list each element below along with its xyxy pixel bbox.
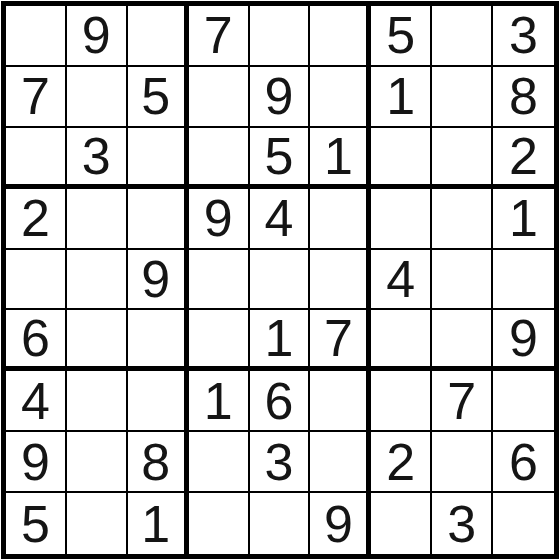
- cell-r5c8[interactable]: [432, 250, 493, 311]
- cell-r8c3[interactable]: 8: [128, 432, 189, 493]
- cell-r9c9[interactable]: [493, 493, 554, 554]
- cell-r7c1[interactable]: 4: [6, 371, 67, 432]
- cell-r1c9[interactable]: 3: [493, 6, 554, 67]
- sudoku-page: 975375918351229419461794167983265193: [0, 0, 560, 560]
- cell-r8c4[interactable]: [189, 432, 250, 493]
- cell-r5c1[interactable]: [6, 250, 67, 311]
- cell-r7c6[interactable]: [310, 371, 371, 432]
- cell-r5c4[interactable]: [189, 250, 250, 311]
- cell-r1c6[interactable]: [310, 6, 371, 67]
- cell-r9c3[interactable]: 1: [128, 493, 189, 554]
- cell-r4c7[interactable]: [371, 189, 432, 250]
- cell-r7c3[interactable]: [128, 371, 189, 432]
- cell-r4c9[interactable]: 1: [493, 189, 554, 250]
- cell-r4c8[interactable]: [432, 189, 493, 250]
- cell-r6c3[interactable]: [128, 310, 189, 371]
- cell-r6c4[interactable]: [189, 310, 250, 371]
- cell-r3c7[interactable]: [371, 128, 432, 189]
- cell-r8c6[interactable]: [310, 432, 371, 493]
- cell-r9c6[interactable]: 9: [310, 493, 371, 554]
- cell-r3c5[interactable]: 5: [250, 128, 311, 189]
- cell-r6c1[interactable]: 6: [6, 310, 67, 371]
- cell-r2c6[interactable]: [310, 67, 371, 128]
- cell-r8c8[interactable]: [432, 432, 493, 493]
- cell-r2c4[interactable]: [189, 67, 250, 128]
- cell-r9c1[interactable]: 5: [6, 493, 67, 554]
- sudoku-board: 975375918351229419461794167983265193: [1, 1, 559, 559]
- cell-r2c8[interactable]: [432, 67, 493, 128]
- cell-r5c7[interactable]: 4: [371, 250, 432, 311]
- cell-r5c2[interactable]: [67, 250, 128, 311]
- cell-r1c4[interactable]: 7: [189, 6, 250, 67]
- cell-r4c4[interactable]: 9: [189, 189, 250, 250]
- cell-r6c7[interactable]: [371, 310, 432, 371]
- cell-r3c9[interactable]: 2: [493, 128, 554, 189]
- cell-r2c3[interactable]: 5: [128, 67, 189, 128]
- cell-r4c6[interactable]: [310, 189, 371, 250]
- cell-r4c1[interactable]: 2: [6, 189, 67, 250]
- cell-r4c5[interactable]: 4: [250, 189, 311, 250]
- cell-r2c2[interactable]: [67, 67, 128, 128]
- cell-r6c6[interactable]: 7: [310, 310, 371, 371]
- cell-r9c7[interactable]: [371, 493, 432, 554]
- cell-r2c5[interactable]: 9: [250, 67, 311, 128]
- cell-r4c2[interactable]: [67, 189, 128, 250]
- cell-r8c7[interactable]: 2: [371, 432, 432, 493]
- cell-r8c1[interactable]: 9: [6, 432, 67, 493]
- cell-r2c9[interactable]: 8: [493, 67, 554, 128]
- cell-r9c2[interactable]: [67, 493, 128, 554]
- cell-r2c1[interactable]: 7: [6, 67, 67, 128]
- cell-r7c5[interactable]: 6: [250, 371, 311, 432]
- cell-r1c5[interactable]: [250, 6, 311, 67]
- cell-r3c6[interactable]: 1: [310, 128, 371, 189]
- cell-r3c1[interactable]: [6, 128, 67, 189]
- cell-r1c1[interactable]: [6, 6, 67, 67]
- cell-r3c8[interactable]: [432, 128, 493, 189]
- cell-r3c2[interactable]: 3: [67, 128, 128, 189]
- cell-r6c2[interactable]: [67, 310, 128, 371]
- cell-r3c4[interactable]: [189, 128, 250, 189]
- cell-r4c3[interactable]: [128, 189, 189, 250]
- cell-r7c2[interactable]: [67, 371, 128, 432]
- cell-r9c8[interactable]: 3: [432, 493, 493, 554]
- cell-r5c3[interactable]: 9: [128, 250, 189, 311]
- cell-r6c5[interactable]: 1: [250, 310, 311, 371]
- cell-r1c8[interactable]: [432, 6, 493, 67]
- cell-r7c8[interactable]: 7: [432, 371, 493, 432]
- cell-r7c7[interactable]: [371, 371, 432, 432]
- cell-r5c9[interactable]: [493, 250, 554, 311]
- cell-r1c2[interactable]: 9: [67, 6, 128, 67]
- cell-r7c4[interactable]: 1: [189, 371, 250, 432]
- cell-r9c5[interactable]: [250, 493, 311, 554]
- cell-r5c6[interactable]: [310, 250, 371, 311]
- cell-r5c5[interactable]: [250, 250, 311, 311]
- cell-r6c8[interactable]: [432, 310, 493, 371]
- cell-r8c5[interactable]: 3: [250, 432, 311, 493]
- cell-r7c9[interactable]: [493, 371, 554, 432]
- cell-r9c4[interactable]: [189, 493, 250, 554]
- cell-r1c7[interactable]: 5: [371, 6, 432, 67]
- cell-r8c9[interactable]: 6: [493, 432, 554, 493]
- cell-r6c9[interactable]: 9: [493, 310, 554, 371]
- cell-r3c3[interactable]: [128, 128, 189, 189]
- cell-r1c3[interactable]: [128, 6, 189, 67]
- cell-r2c7[interactable]: 1: [371, 67, 432, 128]
- cell-r8c2[interactable]: [67, 432, 128, 493]
